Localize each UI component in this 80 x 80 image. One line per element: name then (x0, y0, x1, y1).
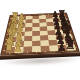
chess-board (0, 13, 80, 56)
product-photo: ♜♟♟♜♞♟♟♞♝♟♟♝♛♟♟♛♚♟♟♚♝♟♟♝♞♟♟♞♜♟♟♜ (0, 0, 80, 80)
